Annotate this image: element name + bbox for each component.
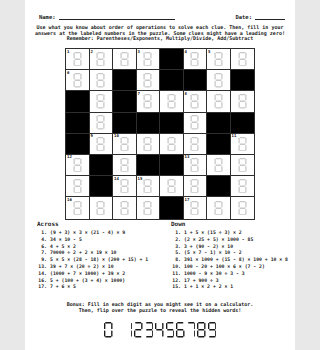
answer-cell-r8c1[interactable]: 16 [66,197,90,218]
answer-cell-r6c6[interactable]: 13 [184,155,208,176]
clue-number-16: 16 [67,198,72,202]
worksheet-page: Name: Date: Use what you know about orde… [25,0,295,350]
across-clue-17: 17.7 + 6 × 5 [37,284,167,291]
ghost-seven-segment-eight [214,158,223,173]
seven-segment-digit-7 [187,322,196,338]
answer-cell-r6c8[interactable] [231,155,255,176]
answer-cell-r5c3[interactable]: 10 [113,134,137,155]
block-cell-r4c7 [207,113,231,134]
ghost-seven-segment-eight [238,179,247,194]
clue-list-number: 1. [171,230,181,237]
across-clue-list: 1.(9 + 3) × 3 × (21 - 4) × 94.34 × 10 - … [37,230,167,291]
answer-cell-r7c4[interactable]: 15 [137,176,161,197]
clue-number-6: 6 [67,71,69,75]
ghost-seven-segment-eight [238,94,247,109]
down-clue-list: 1.1 + 5 × (15 ÷ 3) × 22.(2 × 25 + 5) × 1… [171,230,291,291]
block-cell-r5c1 [66,134,90,155]
seven-segment-digit-6 [176,322,185,338]
down-clue-1: 1.1 + 5 × (15 ÷ 3) × 2 [171,230,291,237]
seven-segment-digit-5 [166,322,175,338]
across-clue-6: 6.4 + 5 × 2 [37,244,167,251]
answer-cell-r1c6[interactable]: 4 [184,49,208,70]
clue-number-14: 14 [114,177,119,181]
answer-cell-r3c8[interactable] [231,91,255,112]
seven-segment-digit-2 [134,322,143,338]
block-cell-r4c5 [160,113,184,134]
clue-expression: 1000 - 9 × 30 ÷ 3 - 3 [184,271,245,278]
ghost-seven-segment-eight [143,137,152,152]
clue-number-12: 12 [67,155,72,159]
answer-cell-r7c3[interactable]: 14 [113,176,137,197]
answer-cell-r3c5[interactable] [160,91,184,112]
answer-cell-r6c1[interactable]: 12 [66,155,90,176]
clue-number-2: 2 [91,50,93,54]
ghost-seven-segment-eight [120,158,129,173]
clue-expression: 391 × 1000 + (15 - 8) × 100 + 10 × 8 [184,257,288,264]
ghost-seven-segment-eight [96,52,105,67]
down-clue-8: 8.391 × 1000 + (15 - 8) × 100 + 10 × 8 [171,257,291,264]
clue-expression: 70000 ÷ 2 + 2 × 19 × 10 [50,250,116,257]
ghost-seven-segment-eight [143,201,152,216]
answer-cell-r1c7[interactable]: 5 [207,49,231,70]
clue-number-10: 10 [114,134,119,138]
ghost-seven-segment-eight [73,73,82,88]
ghost-seven-segment-eight [120,137,129,152]
clue-list-number: 2. [171,237,181,244]
ghost-seven-segment-eight [190,115,199,130]
date-input-line[interactable] [255,13,285,20]
answer-cell-r1c1[interactable]: 1 [66,49,90,70]
across-clue-13: 13.39 + 7 × (20 ÷ 2) × 10 [37,264,167,271]
ghost-seven-segment-eight [190,52,199,67]
ghost-seven-segment-eight [167,94,176,109]
clue-number-15: 15 [138,177,143,181]
name-label: Name: [39,14,56,20]
answer-cell-r7c6[interactable] [184,176,208,197]
clue-number-17: 17 [185,198,190,202]
block-cell-r7c2 [90,176,114,197]
ghost-seven-segment-eight [143,179,152,194]
ghost-seven-segment-eight [238,137,247,152]
ghost-seven-segment-eight [120,52,129,67]
across-clues-section: Across 1.(9 + 3) × 3 × (21 - 4) × 94.34 … [37,221,167,291]
name-input-line[interactable] [59,13,175,20]
answer-cell-r6c7[interactable] [207,155,231,176]
block-cell-r2c6 [184,70,208,91]
answer-cell-r2c2[interactable] [90,70,114,91]
block-cell-r4c1 [66,113,90,134]
down-clue-12: 12.17 + 900 ÷ 3 [171,278,291,285]
block-cell-r4c4 [137,113,161,134]
ghost-seven-segment-eight [167,137,176,152]
ghost-seven-segment-eight [73,52,82,67]
clue-expression: 5 + (100 + (3 + 4) × 1000) [50,278,125,285]
clue-number-4: 4 [185,50,187,54]
clue-list-number: 7. [37,250,47,257]
answer-cell-r5c6[interactable] [184,134,208,155]
clue-number-9: 9 [91,134,93,138]
block-cell-r6c2 [90,155,114,176]
clue-expression: 3 + (90 - 2) × 10 [184,244,233,251]
clue-number-5: 5 [208,50,210,54]
block-cell-r2c8 [231,70,255,91]
clue-list-number: 13. [37,264,47,271]
seven-segment-digit-9 [208,322,217,338]
bonus-line-2: Then, flip over the puzzle to reveal the… [25,308,295,314]
name-date-row: Name: Date: [39,13,287,21]
ghost-seven-segment-eight [190,94,199,109]
block-cell-r3c3 [113,91,137,112]
block-cell-r2c5 [160,70,184,91]
answer-cell-r1c3[interactable] [113,49,137,70]
across-clue-4: 4.34 × 10 - 5 [37,237,167,244]
ghost-seven-segment-eight [167,179,176,194]
across-clue-7: 7.70000 ÷ 2 + 2 × 19 × 10 [37,250,167,257]
down-clue-10: 10.100 - 20 + 100 × 6 × (7 - 2) [171,264,291,271]
answer-cell-r7c8[interactable] [231,176,255,197]
ghost-seven-segment-eight [96,73,105,88]
clue-expression: 1 + 5 × (15 ÷ 3) × 2 [184,230,242,237]
clue-expression: 1 + 1 × 2 + 2 × 1 [184,284,233,291]
answer-cell-r3c6[interactable]: 8 [184,91,208,112]
clue-list-number: 14. [37,271,47,278]
answer-cell-r8c7[interactable] [207,197,231,218]
ghost-seven-segment-eight [214,73,223,88]
ghost-seven-segment-eight [143,52,152,67]
answer-cell-r8c8[interactable] [231,197,255,218]
clue-expression: 100 - 20 + 100 × 6 × (7 - 2) [184,264,265,271]
answer-cell-r4c2[interactable] [90,113,114,134]
clue-list-number: 4. [37,237,47,244]
ghost-seven-segment-eight [96,201,105,216]
clue-list-number: 1. [37,230,47,237]
ghost-seven-segment-eight [214,94,223,109]
clue-expression: 17 + 900 ÷ 3 [184,278,219,285]
seven-segment-digit-4 [155,322,164,338]
down-clue-11: 11.1000 - 9 × 30 ÷ 3 - 3 [171,271,291,278]
clue-number-13: 13 [185,155,190,159]
answer-cell-r1c2[interactable]: 2 [90,49,114,70]
ghost-seven-segment-eight [143,73,152,88]
down-clue-3: 3.3 + (90 - 2) × 10 [171,244,291,251]
seven-segment-digit-0 [104,322,113,338]
seven-segment-digit-1 [124,322,133,338]
answer-cell-r1c4[interactable]: 3 [137,49,161,70]
clue-number-11: 11 [232,134,237,138]
across-heading: Across [37,221,167,227]
clue-expression: 4 + 5 × 2 [50,244,76,251]
answer-cell-r7c5[interactable] [160,176,184,197]
answer-cell-r5c8[interactable]: 11 [231,134,255,155]
date-label: Date: [235,14,252,20]
block-cell-r3c1 [66,91,90,112]
clue-number-3: 3 [138,50,140,54]
ghost-seven-segment-eight [143,94,152,109]
block-cell-r6c5 [160,155,184,176]
ghost-seven-segment-eight [238,201,247,216]
instructions-line-3: Remember: Parentheses/Exponents, Multipl… [29,36,291,42]
answer-cell-r5c4[interactable] [137,134,161,155]
instructions: Use what you know about order of operati… [29,25,291,42]
ghost-seven-segment-eight [214,201,223,216]
clue-list-number: 15. [171,284,181,291]
clue-expression: 7 + 6 × 5 [50,284,76,291]
clue-expression: 34 × 10 - 5 [50,237,82,244]
clue-list-number: 12. [171,278,181,285]
ghost-seven-segment-eight [238,158,247,173]
clue-list-number: 3. [171,244,181,251]
ghost-seven-segment-eight [190,201,199,216]
ghost-seven-segment-eight [238,52,247,67]
answer-cell-r3c2[interactable] [90,91,114,112]
bonus-note: Bonus: Fill in each digit as you might s… [25,302,295,314]
clue-expression: (9 + 3) × 3 × (21 - 4) × 9 [50,230,125,237]
down-clue-2: 2.(2 × 25 + 5) × 1000 - 85 [171,237,291,244]
ghost-seven-segment-eight [120,201,129,216]
clue-number-7: 7 [138,92,140,96]
answer-cell-r8c4[interactable] [137,197,161,218]
block-cell-r8c5 [160,197,184,218]
ghost-seven-segment-eight [214,52,223,67]
answer-cell-r6c3[interactable] [113,155,137,176]
clue-list-number: 10. [171,264,181,271]
seven-segment-digit-key [25,322,295,338]
ghost-seven-segment-eight [96,94,105,109]
clue-list-number: 16. [37,278,47,285]
answer-cell-r7c1[interactable] [66,176,90,197]
block-cell-r5c7 [207,134,231,155]
down-clues-section: Down 1.1 + 5 × (15 ÷ 3) × 22.(2 × 25 + 5… [171,221,291,291]
across-clue-9: 9.5 × 5 × (28 - 18) × (200 + 15) + 1 [37,257,167,264]
down-heading: Down [171,221,291,227]
clue-number-8: 8 [185,92,187,96]
block-cell-r1c5 [160,49,184,70]
block-cell-r7c7 [207,176,231,197]
across-clue-14: 14.(1000 + 7 × 1000) + 39 × 2 [37,271,167,278]
seven-segment-digit-3 [145,322,154,338]
clue-expression: 5 × 5 × (28 - 18) × (200 + 15) + 1 [50,257,148,264]
clue-number-1: 1 [67,50,69,54]
clue-list-number: 9. [37,257,47,264]
answer-cell-r5c2[interactable]: 9 [90,134,114,155]
ghost-seven-segment-eight [96,137,105,152]
answer-cell-r3c7[interactable] [207,91,231,112]
ghost-seven-segment-eight [190,137,199,152]
answer-cell-r2c1[interactable]: 6 [66,70,90,91]
clue-expression: (5 × 7 - 1) × 10 - 2 [184,250,242,257]
ghost-seven-segment-eight [73,201,82,216]
clue-expression: (2 × 25 + 5) × 1000 - 85 [184,237,253,244]
answer-cell-r5c5[interactable] [160,134,184,155]
clue-list-number: 5. [171,250,181,257]
ghost-seven-segment-eight [190,158,199,173]
seven-segment-digit-8 [197,322,206,338]
ghost-seven-segment-eight [96,115,105,130]
answer-cell-r8c2[interactable] [90,197,114,218]
block-cell-r2c3 [113,70,137,91]
clue-list-number: 8. [171,257,181,264]
down-clue-15: 15.1 + 1 × 2 + 2 × 1 [171,284,291,291]
answer-cell-r2c7[interactable] [207,70,231,91]
answer-cell-r4c6[interactable] [184,113,208,134]
ghost-seven-segment-eight [120,179,129,194]
clue-list-number: 6. [37,244,47,251]
answer-cell-r3c4[interactable]: 7 [137,91,161,112]
block-cell-r4c3 [113,113,137,134]
down-clue-5: 5.(5 × 7 - 1) × 10 - 2 [171,250,291,257]
across-clue-16: 16.5 + (100 + (3 + 4) × 1000) [37,278,167,285]
answer-cell-r8c3[interactable] [113,197,137,218]
across-clue-1: 1.(9 + 3) × 3 × (21 - 4) × 9 [37,230,167,237]
crossword-grid: 1234567891011121314151617 [65,48,255,220]
ghost-seven-segment-eight [73,158,82,173]
clue-expression: 39 + 7 × (20 ÷ 2) × 10 [50,264,114,271]
ghost-seven-segment-eight [73,179,82,194]
answer-cell-r8c6[interactable]: 17 [184,197,208,218]
ghost-seven-segment-eight [190,179,199,194]
block-cell-r4c8 [231,113,255,134]
answer-cell-r1c8[interactable] [231,49,255,70]
block-cell-r6c4 [137,155,161,176]
clue-expression: (1000 + 7 × 1000) + 39 × 2 [50,271,125,278]
clue-list-number: 17. [37,284,47,291]
answer-cell-r2c4[interactable] [137,70,161,91]
clue-list-number: 11. [171,271,181,278]
